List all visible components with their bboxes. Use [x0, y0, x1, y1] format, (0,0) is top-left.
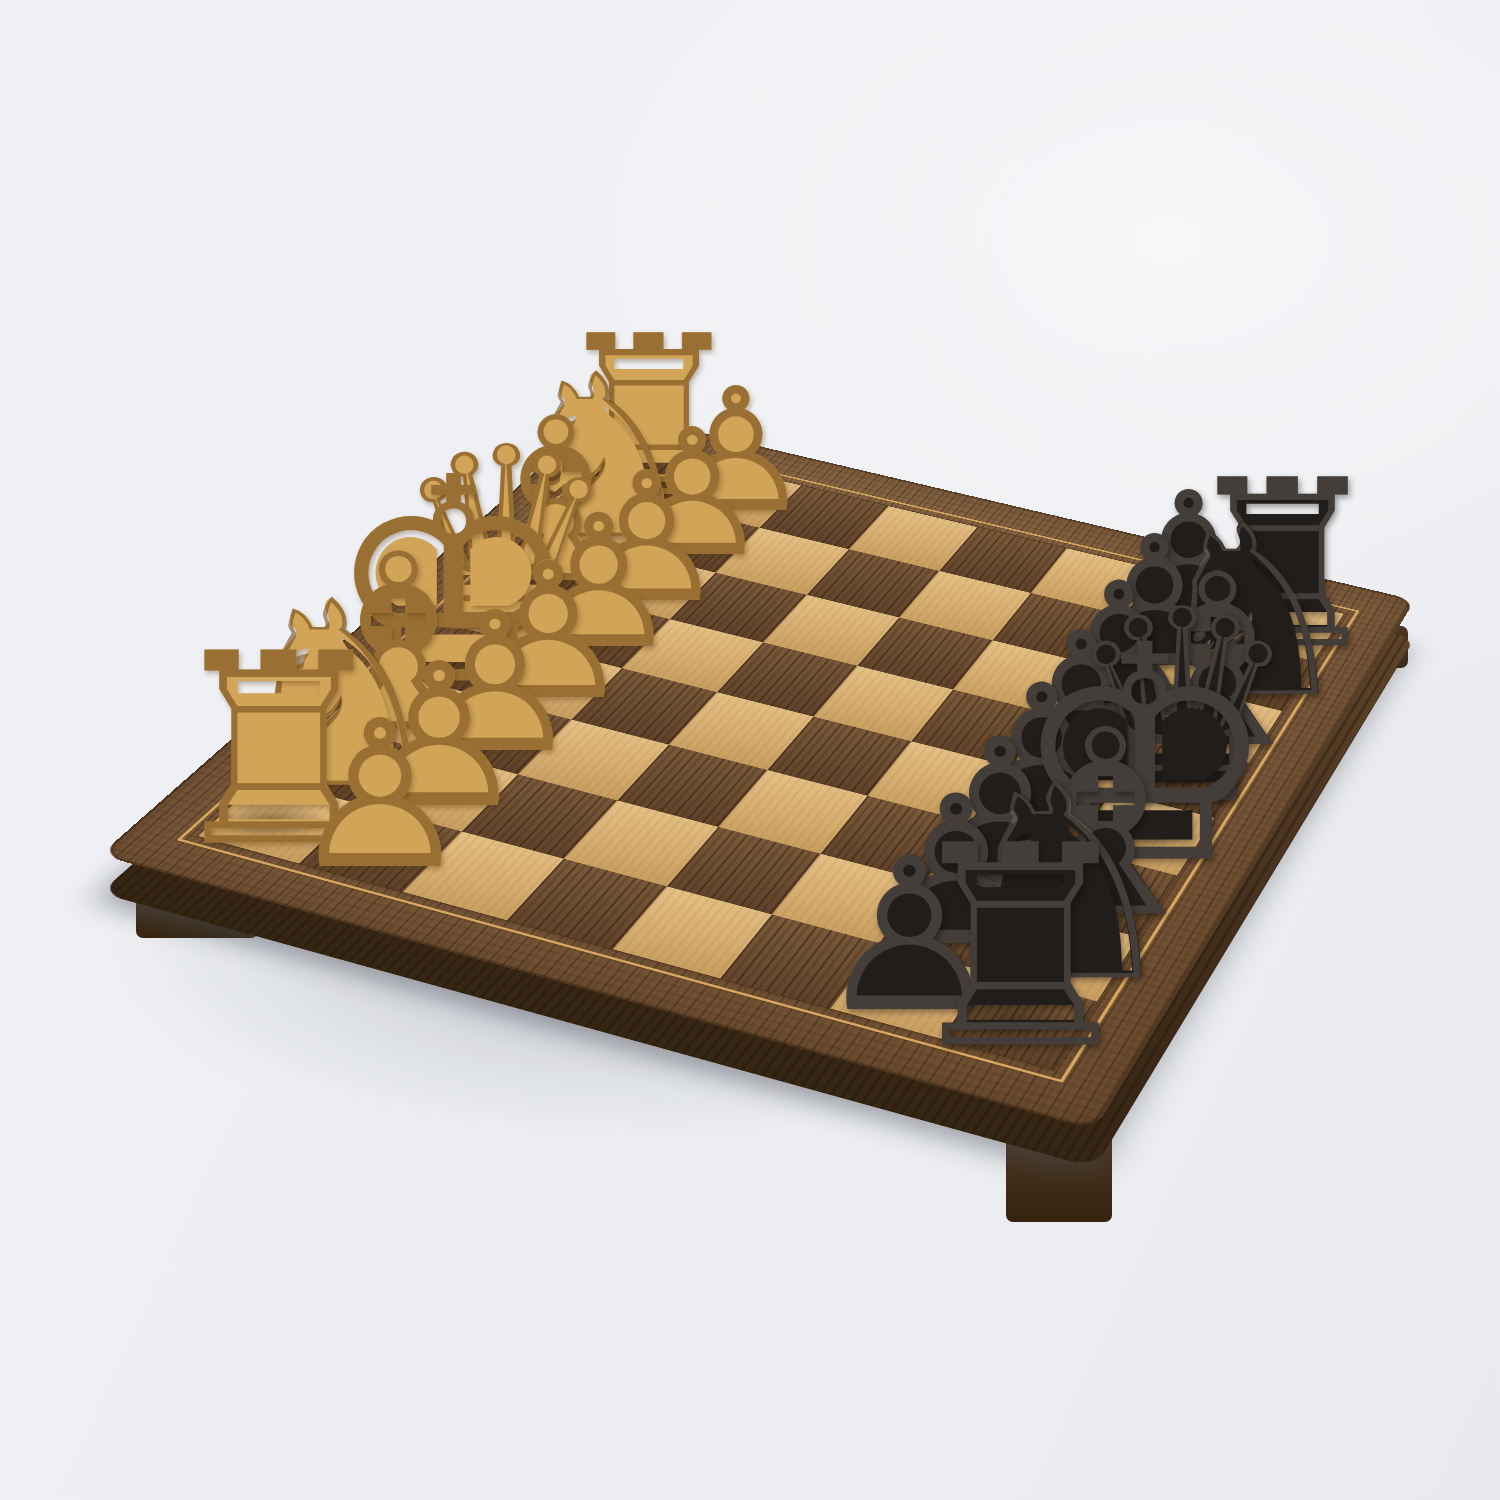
black-rook-outline: ♖	[896, 809, 1146, 1087]
white-pawn-outline: ♙	[289, 692, 472, 896]
pieces-layer: ♜♖♞♘♝♗♛♕♚♔♝♗♞♘♜♖♟♙♟♙♟♙♟♙♟♙♟♙♟♙♟♙♟♙♟♙♟♙♟♙…	[0, 0, 1500, 1500]
piece-white-pawn[interactable]: ♟♙	[289, 692, 472, 896]
photo-stage: ♜♖♞♘♝♗♛♕♚♔♝♗♞♘♜♖♟♙♟♙♟♙♟♙♟♙♟♙♟♙♟♙♟♙♟♙♟♙♟♙…	[0, 0, 1500, 1500]
piece-black-rook[interactable]: ♜♖	[896, 809, 1146, 1087]
